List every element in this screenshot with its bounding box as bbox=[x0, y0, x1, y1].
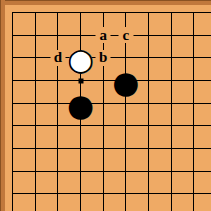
grid-line-horizontal-5 bbox=[12, 103, 211, 104]
black-stone-fill-glyph: ● bbox=[67, 90, 94, 121]
grid-line-horizontal-9 bbox=[12, 193, 211, 194]
black-stone-fill-glyph: ● bbox=[112, 67, 139, 98]
point-label-d: d bbox=[50, 50, 65, 66]
white-stone-D17: ●○ bbox=[65, 42, 97, 74]
grid-line-vertical-1 bbox=[12, 12, 13, 211]
grid-line-vertical-9 bbox=[193, 12, 194, 211]
grid-line-horizontal-3 bbox=[12, 57, 211, 58]
grid-line-vertical-3 bbox=[57, 12, 58, 211]
grid-line-horizontal-6 bbox=[12, 125, 211, 126]
grid-line-vertical-8 bbox=[171, 12, 172, 211]
grid-line-horizontal-1 bbox=[12, 12, 211, 13]
point-label-a: a bbox=[96, 27, 111, 43]
board-edge-top bbox=[0, 0, 211, 5]
black-stone-F16: ● bbox=[110, 65, 142, 97]
point-label-b: b bbox=[96, 50, 111, 66]
hoshi-point-D16 bbox=[78, 78, 83, 83]
grid-line-vertical-2 bbox=[35, 12, 36, 211]
grid-line-horizontal-2 bbox=[12, 35, 211, 36]
grid-line-horizontal-7 bbox=[12, 148, 211, 149]
grid-line-horizontal-8 bbox=[12, 171, 211, 172]
black-stone-D15: ● bbox=[65, 87, 97, 119]
point-label-c: c bbox=[118, 27, 133, 43]
grid-line-vertical-7 bbox=[148, 12, 149, 211]
white-stone-outline-glyph: ○ bbox=[67, 45, 94, 76]
board-edge-left bbox=[0, 0, 5, 211]
go-board-diagram: acdb●○●● bbox=[0, 0, 211, 211]
